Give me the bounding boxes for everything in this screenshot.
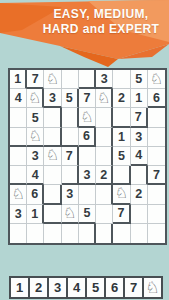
cell-r9c1[interactable] — [10, 224, 27, 243]
cell-r8c4[interactable]: ♘ — [62, 205, 79, 224]
cell-r5c4[interactable]: 7 — [62, 147, 79, 166]
cell-r3c6[interactable] — [96, 108, 113, 127]
cell-r6c5[interactable]: 3 — [79, 166, 96, 185]
tray-item-6[interactable]: 6 — [104, 276, 125, 299]
tray-item-1[interactable]: 1 — [9, 276, 30, 299]
cell-r3c3[interactable] — [44, 108, 61, 127]
cell-r5c2[interactable]: 3 — [27, 147, 44, 166]
title-line-2: HARD and EXPERT — [32, 22, 169, 37]
cell-r9c7[interactable] — [113, 224, 130, 243]
cell-r7c7[interactable]: ♘ — [113, 185, 130, 204]
cell-r3c4[interactable] — [62, 108, 79, 127]
cell-r5c6[interactable] — [96, 147, 113, 166]
knight-icon: ♘ — [145, 278, 159, 297]
cell-r9c8[interactable] — [131, 224, 148, 243]
cell-r1c4[interactable] — [62, 70, 79, 89]
cell-r2c2[interactable]: ♘ — [27, 89, 44, 108]
cell-r5c7[interactable]: 5 — [113, 147, 130, 166]
cell-r7c5[interactable] — [79, 185, 96, 204]
cell-r5c5[interactable] — [79, 147, 96, 166]
cell-r6c9[interactable]: 7 — [148, 166, 165, 185]
knight-icon: ♘ — [46, 148, 59, 163]
knight-icon: ♘ — [115, 186, 128, 201]
cell-r4c7[interactable]: 1 — [113, 128, 130, 147]
cell-r8c1[interactable]: 3 — [10, 205, 27, 224]
cell-r1c7[interactable] — [113, 70, 130, 89]
cell-r2c5[interactable]: 7 — [79, 89, 96, 108]
cell-r1c6[interactable]: 3 — [96, 70, 113, 89]
cell-r7c8[interactable]: 2 — [131, 185, 148, 204]
cell-r7c9[interactable] — [148, 185, 165, 204]
cell-r3c9[interactable] — [148, 108, 165, 127]
tray-item-5[interactable]: 5 — [85, 276, 106, 299]
cell-r7c4[interactable]: 3 — [62, 185, 79, 204]
tray-item-7[interactable]: 7 — [123, 276, 144, 299]
knight-icon: ♘ — [80, 110, 93, 125]
cell-r6c1[interactable] — [10, 166, 27, 185]
cell-r8c6[interactable] — [96, 205, 113, 224]
cell-r4c3[interactable] — [44, 128, 61, 147]
cell-r2c3[interactable]: 3 — [44, 89, 61, 108]
cell-r4c9[interactable] — [148, 128, 165, 147]
cell-r3c7[interactable] — [113, 108, 130, 127]
cell-r1c1[interactable]: 1 — [10, 70, 27, 89]
cell-r4c2[interactable]: ♘ — [27, 128, 44, 147]
cell-r7c6[interactable] — [96, 185, 113, 204]
cell-r4c8[interactable]: 3 — [131, 128, 148, 147]
cell-r5c3[interactable]: ♘ — [44, 147, 61, 166]
tray-item-knight[interactable]: ♘ — [142, 276, 163, 299]
cell-r1c3[interactable]: ♘ — [44, 70, 61, 89]
cell-r1c2[interactable]: 7 — [27, 70, 44, 89]
knight-icon: ♘ — [46, 72, 59, 87]
cell-r9c4[interactable] — [62, 224, 79, 243]
cell-r5c1[interactable] — [10, 147, 27, 166]
app-screen: EASY, MEDIUM, HARD and EXPERT 17♘35♘4♘35… — [0, 0, 169, 300]
cell-r2c6[interactable]: ♘ — [96, 89, 113, 108]
knight-icon: ♘ — [150, 72, 163, 87]
cell-r1c9[interactable]: ♘ — [148, 70, 165, 89]
cell-r3c8[interactable]: 7 — [131, 108, 148, 127]
tray-item-4[interactable]: 4 — [66, 276, 87, 299]
title-banner: EASY, MEDIUM, HARD and EXPERT — [0, 0, 169, 68]
cell-r5c9[interactable] — [148, 147, 165, 166]
tray-item-3[interactable]: 3 — [47, 276, 68, 299]
cell-r9c3[interactable] — [44, 224, 61, 243]
cell-r2c7[interactable]: 2 — [113, 89, 130, 108]
knight-icon: ♘ — [28, 91, 41, 106]
cell-r9c6[interactable] — [96, 224, 113, 243]
knight-icon: ♘ — [29, 129, 42, 144]
cell-r8c9[interactable] — [148, 205, 165, 224]
cell-r6c4[interactable] — [62, 166, 79, 185]
cell-r6c8[interactable] — [131, 166, 148, 185]
cell-r8c5[interactable]: 5 — [79, 205, 96, 224]
tray-item-2[interactable]: 2 — [28, 276, 49, 299]
cell-r8c8[interactable] — [131, 205, 148, 224]
knight-icon: ♘ — [97, 91, 110, 106]
title-line-1: EASY, MEDIUM, — [32, 7, 169, 22]
cell-r9c2[interactable] — [27, 224, 44, 243]
cell-r9c9[interactable] — [148, 224, 165, 243]
cell-r3c1[interactable] — [10, 108, 27, 127]
cell-r3c2[interactable]: 5 — [27, 108, 44, 127]
cell-r7c3[interactable] — [44, 185, 61, 204]
cell-r4c5[interactable]: 6 — [79, 128, 96, 147]
page-title: EASY, MEDIUM, HARD and EXPERT — [32, 7, 169, 37]
cell-r8c3[interactable] — [44, 205, 61, 224]
piece-tray: 1234567♘ — [9, 276, 163, 299]
cell-r2c1[interactable]: 4 — [10, 89, 27, 108]
cell-r5c8[interactable]: 4 — [131, 147, 148, 166]
knight-icon: ♘ — [63, 206, 76, 221]
cell-r4c6[interactable] — [96, 128, 113, 147]
knight-icon: ♘ — [11, 187, 24, 202]
cell-r6c7[interactable] — [113, 166, 130, 185]
cell-r3c5[interactable]: ♘ — [79, 108, 96, 127]
sudoku-board: 17♘35♘4♘357♘2165♘7♘6133♘7544327♘63♘231♘5… — [8, 68, 167, 245]
cell-r8c7[interactable]: 7 — [113, 205, 130, 224]
cell-r9c5[interactable] — [79, 224, 96, 243]
cell-r4c4[interactable] — [62, 128, 79, 147]
cell-r2c8[interactable]: 1 — [131, 89, 148, 108]
cell-r8c2[interactable]: 1 — [27, 205, 44, 224]
cell-r7c2[interactable]: 6 — [27, 185, 44, 204]
cell-r4c1[interactable] — [10, 128, 27, 147]
cell-r7c1[interactable]: ♘ — [10, 185, 27, 204]
cell-r1c5[interactable] — [79, 70, 96, 89]
cell-r6c2[interactable]: 4 — [27, 166, 44, 185]
cell-r6c3[interactable] — [44, 166, 61, 185]
cell-r6c6[interactable]: 2 — [96, 166, 113, 185]
cell-r1c8[interactable]: 5 — [131, 70, 148, 89]
cell-r2c4[interactable]: 5 — [62, 89, 79, 108]
cell-r2c9[interactable]: 6 — [148, 89, 165, 108]
